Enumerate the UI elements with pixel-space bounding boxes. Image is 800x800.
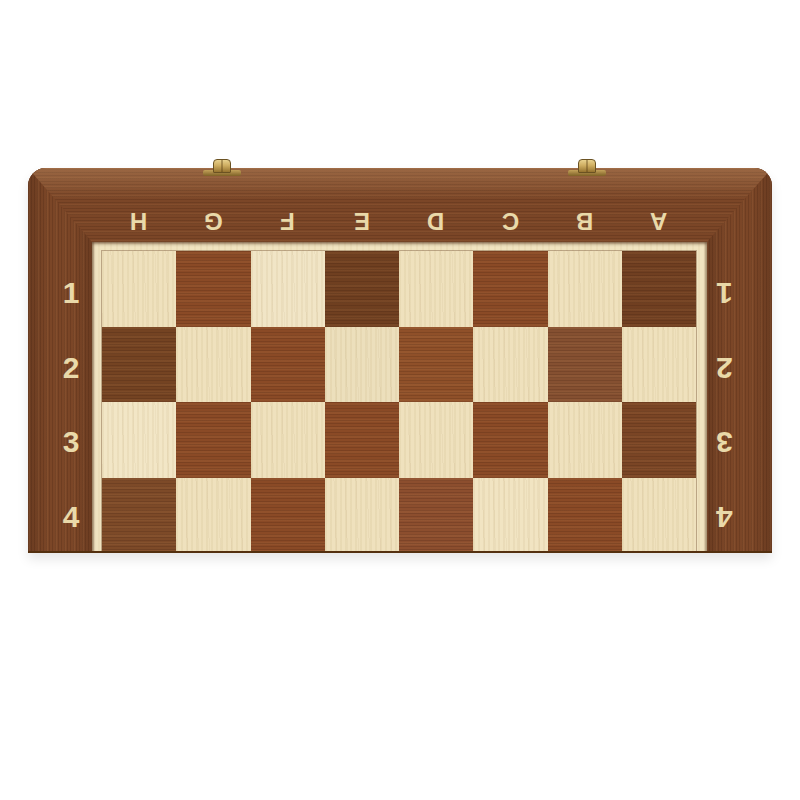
square-h2 (102, 327, 176, 403)
file-cell-g: G (176, 205, 250, 237)
rank-cell-right-3: 3 (706, 402, 743, 477)
file-cell-b: B (548, 205, 622, 237)
square-c4 (473, 478, 547, 554)
file-cell-d: D (399, 205, 473, 237)
rank-label-left-1: 1 (63, 278, 80, 308)
product-photo: 1234 1234 HGFEDCBA (0, 0, 800, 800)
file-label-e: E (354, 209, 370, 233)
square-e4 (325, 478, 399, 554)
square-c1 (473, 251, 547, 327)
folded-chess-box: 1234 1234 HGFEDCBA (28, 168, 772, 553)
square-d4 (399, 478, 473, 554)
square-h1 (102, 251, 176, 327)
rank-cell-left-2: 2 (48, 327, 94, 402)
square-b3 (548, 402, 622, 478)
chess-board-grid (102, 251, 696, 553)
square-b1 (548, 251, 622, 327)
hinge-knuckle-icon (213, 159, 231, 173)
file-label-g: G (204, 209, 223, 233)
square-e3 (325, 402, 399, 478)
file-cell-a: A (622, 205, 696, 237)
square-d2 (399, 327, 473, 403)
rank-label-left-3: 3 (63, 427, 80, 457)
square-g3 (176, 402, 250, 478)
square-f1 (251, 251, 325, 327)
square-a2 (622, 327, 696, 403)
square-g2 (176, 327, 250, 403)
square-h4 (102, 478, 176, 554)
square-b2 (548, 327, 622, 403)
board-half (92, 242, 707, 553)
square-e1 (325, 251, 399, 327)
rank-labels-left: 1234 (28, 252, 94, 551)
square-d1 (399, 251, 473, 327)
rank-cell-right-4: 4 (706, 476, 743, 551)
file-label-b: B (576, 209, 593, 233)
rank-label-right-1: 1 (716, 278, 733, 308)
rank-cell-left-3: 3 (48, 402, 94, 477)
rank-cell-right-1: 1 (706, 252, 743, 327)
square-g4 (176, 478, 250, 554)
rank-label-left-2: 2 (63, 353, 80, 383)
file-labels-row: HGFEDCBA (102, 205, 696, 237)
rank-label-right-2: 2 (716, 353, 733, 383)
file-label-d: D (427, 209, 444, 233)
square-f2 (251, 327, 325, 403)
file-cell-c: C (473, 205, 547, 237)
square-e2 (325, 327, 399, 403)
square-a3 (622, 402, 696, 478)
rank-cell-left-4: 4 (48, 476, 94, 551)
rank-cell-right-2: 2 (706, 327, 743, 402)
file-label-f: F (280, 209, 295, 233)
square-f4 (251, 478, 325, 554)
square-d3 (399, 402, 473, 478)
rank-label-left-4: 4 (63, 502, 80, 532)
file-cell-e: E (325, 205, 399, 237)
rank-label-right-4: 4 (716, 502, 733, 532)
square-c2 (473, 327, 547, 403)
file-cell-f: F (251, 205, 325, 237)
rank-labels-right: 1234 (706, 252, 772, 551)
square-a4 (622, 478, 696, 554)
hinge-knuckle-icon (578, 159, 596, 173)
square-a1 (622, 251, 696, 327)
square-c3 (473, 402, 547, 478)
rank-label-right-3: 3 (716, 427, 733, 457)
frame-top: HGFEDCBA (28, 168, 772, 242)
rank-cell-left-1: 1 (48, 252, 94, 327)
square-b4 (548, 478, 622, 554)
file-label-a: A (650, 209, 667, 233)
file-label-h: H (130, 209, 147, 233)
square-f3 (251, 402, 325, 478)
file-cell-h: H (102, 205, 176, 237)
file-label-c: C (502, 209, 519, 233)
square-g1 (176, 251, 250, 327)
square-h3 (102, 402, 176, 478)
